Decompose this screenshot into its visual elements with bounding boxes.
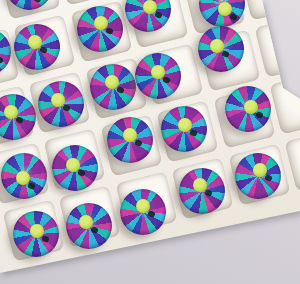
stone-dark-facet-notch bbox=[41, 235, 50, 243]
rhinestone bbox=[198, 26, 244, 72]
rhinestone-tray bbox=[0, 0, 300, 284]
stone-dark-facet-notch bbox=[15, 116, 24, 124]
stone-dark-facet-notch bbox=[221, 50, 230, 58]
stone-dark-facet-notch bbox=[33, 0, 42, 3]
stone-dark-facet-notch bbox=[90, 226, 99, 234]
rhinestone bbox=[235, 153, 281, 199]
rhinestone bbox=[77, 6, 123, 52]
tray-cell bbox=[255, 15, 300, 77]
stone-dark-facet-notch bbox=[147, 210, 156, 218]
stone-dark-facet-notch bbox=[27, 182, 36, 190]
rhinestone bbox=[66, 203, 112, 249]
rhinestone bbox=[179, 168, 225, 214]
stone-dark-facet-notch bbox=[189, 129, 198, 137]
stone-dark-facet-notch bbox=[39, 46, 48, 54]
rhinestone bbox=[135, 53, 181, 99]
rhinestone bbox=[14, 24, 60, 70]
rhinestone bbox=[90, 64, 136, 110]
tray-shadow-wrap bbox=[0, 0, 300, 284]
rhinestone bbox=[52, 145, 98, 191]
stone-dark-facet-notch bbox=[134, 139, 143, 147]
stone-dark-facet-notch bbox=[162, 76, 171, 84]
stone-dark-facet-notch bbox=[154, 11, 163, 19]
stone-dark-facet-notch bbox=[255, 111, 264, 119]
rhinestone bbox=[161, 106, 207, 152]
rhinestone bbox=[13, 211, 59, 257]
rhinestone bbox=[38, 81, 84, 127]
stone-dark-facet-notch bbox=[116, 86, 125, 94]
photo-canvas bbox=[0, 0, 300, 284]
stone-dark-facet-notch bbox=[0, 56, 4, 64]
stone-dark-facet-notch bbox=[62, 104, 71, 112]
tray-cell bbox=[270, 72, 300, 134]
rhinestone bbox=[225, 86, 271, 132]
tray-cell bbox=[240, 0, 300, 20]
rhinestone bbox=[1, 153, 47, 199]
rhinestone bbox=[120, 189, 166, 235]
stone-dark-facet-notch bbox=[264, 174, 273, 182]
stone-dark-facet-notch bbox=[77, 169, 86, 177]
stone-dark-facet-notch bbox=[105, 27, 114, 35]
rhinestone bbox=[107, 117, 153, 163]
stone-dark-facet-notch bbox=[204, 189, 213, 197]
stone-dark-facet-notch bbox=[229, 13, 238, 21]
